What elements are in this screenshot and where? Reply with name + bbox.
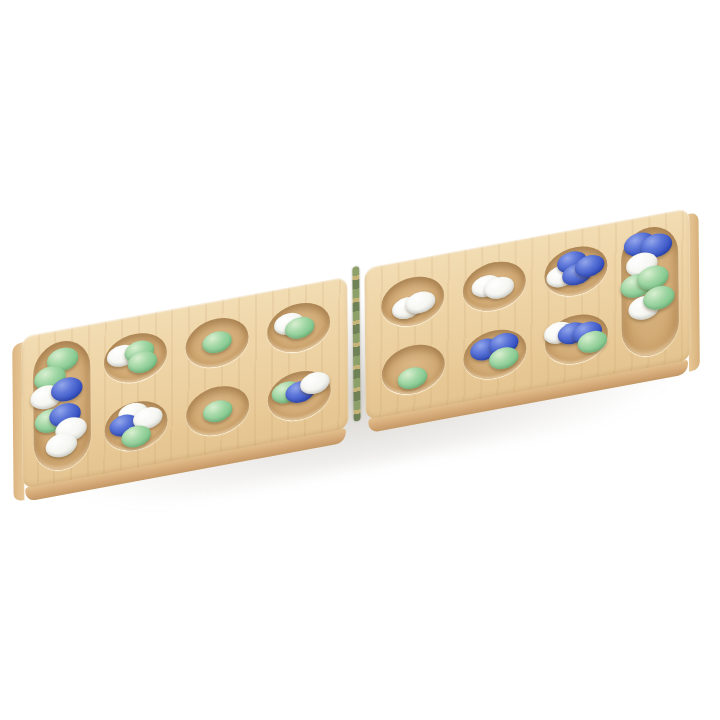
stone-green (397, 365, 427, 392)
pit-near-3 (268, 366, 331, 425)
left-store-pit (33, 336, 91, 475)
stone-green (203, 398, 233, 425)
pit-near-1 (105, 396, 168, 455)
pit-near-5 (463, 325, 526, 384)
left-pit-grid (99, 289, 337, 465)
pit-far-4 (381, 271, 444, 330)
pit-far-1 (104, 328, 167, 387)
pit-far-5 (462, 256, 525, 315)
right-pit-grid (376, 232, 614, 408)
stone-white (405, 289, 435, 316)
stone-white (300, 370, 330, 397)
pit-near-6 (544, 310, 607, 369)
right-store-pit (621, 222, 679, 361)
pit-near-2 (186, 381, 249, 440)
stone-white (45, 431, 77, 460)
pit-far-6 (544, 241, 607, 300)
pit-near-4 (382, 340, 445, 399)
pit-far-3 (267, 298, 330, 357)
pit-far-2 (186, 313, 249, 372)
stone-green (202, 329, 232, 356)
brass-hinge-icon (352, 266, 360, 422)
product-photo-scene (0, 0, 720, 720)
